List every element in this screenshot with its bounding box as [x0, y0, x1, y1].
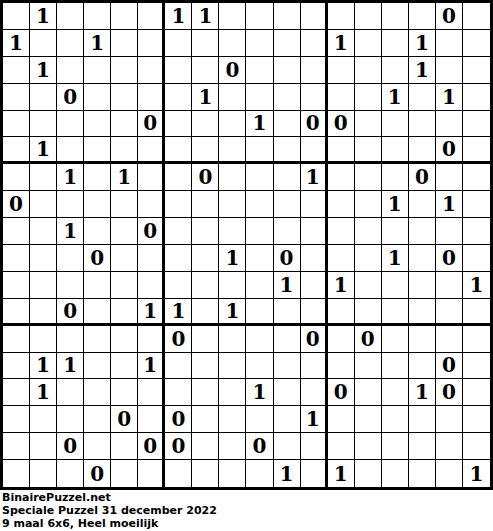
cell-r9c4[interactable]: [84, 218, 111, 245]
cell-r5c16[interactable]: [409, 111, 436, 138]
cell-r11c13[interactable]: 1: [328, 272, 355, 299]
cell-r7c7[interactable]: [165, 164, 192, 191]
cell-r14c4[interactable]: [84, 353, 111, 380]
cell-r13c6[interactable]: [138, 326, 165, 353]
cell-r17c1[interactable]: [3, 433, 30, 460]
cell-r11c10[interactable]: [246, 272, 273, 299]
cell-r7c9[interactable]: [219, 164, 246, 191]
cell-r18c6[interactable]: [138, 460, 165, 487]
cell-r18c11[interactable]: 1: [274, 460, 301, 487]
cell-r1c15[interactable]: [382, 3, 409, 30]
cell-r5c9[interactable]: [219, 111, 246, 138]
cell-r8c17[interactable]: 1: [436, 191, 463, 218]
cell-r17c17[interactable]: [436, 433, 463, 460]
cell-r11c6[interactable]: [138, 272, 165, 299]
cell-r9c7[interactable]: [165, 218, 192, 245]
cell-r4c6[interactable]: [138, 84, 165, 111]
cell-r15c15[interactable]: [382, 379, 409, 406]
cell-r13c2[interactable]: [30, 326, 57, 353]
cell-r6c8[interactable]: [192, 137, 219, 164]
cell-r15c9[interactable]: [219, 379, 246, 406]
cell-r8c1[interactable]: 0: [3, 191, 30, 218]
cell-r1c3[interactable]: [57, 3, 84, 30]
cell-r10c4[interactable]: 0: [84, 245, 111, 272]
cell-r18c7[interactable]: [165, 460, 192, 487]
cell-r17c16[interactable]: [409, 433, 436, 460]
cell-r18c9[interactable]: [219, 460, 246, 487]
cell-r11c14[interactable]: [355, 272, 382, 299]
cell-r6c9[interactable]: [219, 137, 246, 164]
cell-r4c3[interactable]: 0: [57, 84, 84, 111]
cell-r4c4[interactable]: [84, 84, 111, 111]
cell-r5c14[interactable]: [355, 111, 382, 138]
cell-r10c15[interactable]: 1: [382, 245, 409, 272]
cell-r6c6[interactable]: [138, 137, 165, 164]
cell-r12c2[interactable]: [30, 299, 57, 326]
cell-r7c8[interactable]: 0: [192, 164, 219, 191]
cell-r11c4[interactable]: [84, 272, 111, 299]
cell-r18c3[interactable]: [57, 460, 84, 487]
cell-r8c8[interactable]: [192, 191, 219, 218]
cell-r11c18[interactable]: 1: [463, 272, 490, 299]
cell-r3c8[interactable]: [192, 57, 219, 84]
cell-r12c18[interactable]: [463, 299, 490, 326]
cell-r17c13[interactable]: [328, 433, 355, 460]
cell-r8c13[interactable]: [328, 191, 355, 218]
cell-r12c13[interactable]: [328, 299, 355, 326]
cell-r18c14[interactable]: [355, 460, 382, 487]
cell-r12c4[interactable]: [84, 299, 111, 326]
cell-r14c12[interactable]: [301, 353, 328, 380]
cell-r9c13[interactable]: [328, 218, 355, 245]
cell-r16c3[interactable]: [57, 406, 84, 433]
cell-r12c14[interactable]: [355, 299, 382, 326]
cell-r17c5[interactable]: [111, 433, 138, 460]
cell-r18c15[interactable]: [382, 460, 409, 487]
cell-r18c16[interactable]: [409, 460, 436, 487]
cell-r8c2[interactable]: [30, 191, 57, 218]
cell-r7c6[interactable]: [138, 164, 165, 191]
cell-r14c3[interactable]: 1: [57, 353, 84, 380]
cell-r4c17[interactable]: 1: [436, 84, 463, 111]
cell-r2c16[interactable]: 1: [409, 30, 436, 57]
cell-r2c12[interactable]: [301, 30, 328, 57]
cell-r13c4[interactable]: [84, 326, 111, 353]
cell-r2c11[interactable]: [274, 30, 301, 57]
cell-r10c8[interactable]: [192, 245, 219, 272]
cell-r5c15[interactable]: [382, 111, 409, 138]
cell-r5c6[interactable]: 0: [138, 111, 165, 138]
cell-r6c10[interactable]: [246, 137, 273, 164]
cell-r15c10[interactable]: 1: [246, 379, 273, 406]
cell-r7c16[interactable]: 0: [409, 164, 436, 191]
cell-r15c17[interactable]: 0: [436, 379, 463, 406]
cell-r6c5[interactable]: [111, 137, 138, 164]
cell-r1c12[interactable]: [301, 3, 328, 30]
cell-r9c18[interactable]: [463, 218, 490, 245]
cell-r13c16[interactable]: [409, 326, 436, 353]
cell-r7c13[interactable]: [328, 164, 355, 191]
cell-r4c7[interactable]: [165, 84, 192, 111]
cell-r12c10[interactable]: [246, 299, 273, 326]
cell-r4c11[interactable]: [274, 84, 301, 111]
cell-r5c2[interactable]: [30, 111, 57, 138]
cell-r14c13[interactable]: [328, 353, 355, 380]
cell-r17c7[interactable]: 0: [165, 433, 192, 460]
cell-r9c6[interactable]: 0: [138, 218, 165, 245]
cell-r18c5[interactable]: [111, 460, 138, 487]
cell-r3c15[interactable]: [382, 57, 409, 84]
cell-r5c13[interactable]: 0: [328, 111, 355, 138]
cell-r13c18[interactable]: [463, 326, 490, 353]
cell-r2c2[interactable]: [30, 30, 57, 57]
cell-r6c4[interactable]: [84, 137, 111, 164]
cell-r5c17[interactable]: [436, 111, 463, 138]
cell-r8c11[interactable]: [274, 191, 301, 218]
cell-r12c5[interactable]: [111, 299, 138, 326]
cell-r15c16[interactable]: 1: [409, 379, 436, 406]
cell-r2c6[interactable]: [138, 30, 165, 57]
cell-r1c5[interactable]: [111, 3, 138, 30]
cell-r6c1[interactable]: [3, 137, 30, 164]
cell-r17c18[interactable]: [463, 433, 490, 460]
cell-r13c3[interactable]: [57, 326, 84, 353]
cell-r9c15[interactable]: [382, 218, 409, 245]
cell-r12c17[interactable]: [436, 299, 463, 326]
cell-r8c18[interactable]: [463, 191, 490, 218]
cell-r6c7[interactable]: [165, 137, 192, 164]
cell-r11c15[interactable]: [382, 272, 409, 299]
cell-r18c4[interactable]: 0: [84, 460, 111, 487]
cell-r7c1[interactable]: [3, 164, 30, 191]
cell-r13c12[interactable]: 0: [301, 326, 328, 353]
cell-r5c4[interactable]: [84, 111, 111, 138]
cell-r17c2[interactable]: [30, 433, 57, 460]
cell-r10c9[interactable]: 1: [219, 245, 246, 272]
cell-r7c15[interactable]: [382, 164, 409, 191]
cell-r12c8[interactable]: [192, 299, 219, 326]
cell-r9c12[interactable]: [301, 218, 328, 245]
cell-r4c14[interactable]: [355, 84, 382, 111]
cell-r18c10[interactable]: [246, 460, 273, 487]
cell-r9c3[interactable]: 1: [57, 218, 84, 245]
cell-r18c13[interactable]: 1: [328, 460, 355, 487]
cell-r3c10[interactable]: [246, 57, 273, 84]
cell-r8c12[interactable]: [301, 191, 328, 218]
cell-r5c11[interactable]: [274, 111, 301, 138]
cell-r15c5[interactable]: [111, 379, 138, 406]
cell-r1c8[interactable]: 1: [192, 3, 219, 30]
cell-r18c12[interactable]: [301, 460, 328, 487]
cell-r16c17[interactable]: [436, 406, 463, 433]
cell-r15c7[interactable]: [165, 379, 192, 406]
cell-r3c11[interactable]: [274, 57, 301, 84]
cell-r16c7[interactable]: 0: [165, 406, 192, 433]
cell-r16c18[interactable]: [463, 406, 490, 433]
cell-r16c1[interactable]: [3, 406, 30, 433]
cell-r9c1[interactable]: [3, 218, 30, 245]
cell-r12c11[interactable]: [274, 299, 301, 326]
cell-r1c4[interactable]: [84, 3, 111, 30]
cell-r7c17[interactable]: [436, 164, 463, 191]
cell-r7c18[interactable]: [463, 164, 490, 191]
cell-r8c3[interactable]: [57, 191, 84, 218]
cell-r7c5[interactable]: 1: [111, 164, 138, 191]
cell-r16c5[interactable]: 0: [111, 406, 138, 433]
cell-r3c4[interactable]: [84, 57, 111, 84]
cell-r3c5[interactable]: [111, 57, 138, 84]
cell-r11c17[interactable]: [436, 272, 463, 299]
cell-r17c10[interactable]: 0: [246, 433, 273, 460]
cell-r6c16[interactable]: [409, 137, 436, 164]
cell-r5c18[interactable]: [463, 111, 490, 138]
cell-r1c11[interactable]: [274, 3, 301, 30]
cell-r17c9[interactable]: [219, 433, 246, 460]
cell-r10c3[interactable]: [57, 245, 84, 272]
cell-r3c13[interactable]: [328, 57, 355, 84]
cell-r13c5[interactable]: [111, 326, 138, 353]
cell-r16c6[interactable]: [138, 406, 165, 433]
cell-r2c13[interactable]: 1: [328, 30, 355, 57]
cell-r8c7[interactable]: [165, 191, 192, 218]
cell-r13c10[interactable]: [246, 326, 273, 353]
cell-r2c10[interactable]: [246, 30, 273, 57]
cell-r8c15[interactable]: 1: [382, 191, 409, 218]
cell-r9c17[interactable]: [436, 218, 463, 245]
cell-r15c12[interactable]: [301, 379, 328, 406]
cell-r9c14[interactable]: [355, 218, 382, 245]
cell-r13c9[interactable]: [219, 326, 246, 353]
cell-r17c14[interactable]: [355, 433, 382, 460]
cell-r4c8[interactable]: 1: [192, 84, 219, 111]
cell-r7c10[interactable]: [246, 164, 273, 191]
cell-r10c2[interactable]: [30, 245, 57, 272]
cell-r18c1[interactable]: [3, 460, 30, 487]
cell-r6c15[interactable]: [382, 137, 409, 164]
cell-r3c18[interactable]: [463, 57, 490, 84]
cell-r2c14[interactable]: [355, 30, 382, 57]
cell-r7c12[interactable]: 1: [301, 164, 328, 191]
cell-r14c6[interactable]: 1: [138, 353, 165, 380]
cell-r14c1[interactable]: [3, 353, 30, 380]
cell-r2c7[interactable]: [165, 30, 192, 57]
cell-r13c15[interactable]: [382, 326, 409, 353]
cell-r17c12[interactable]: [301, 433, 328, 460]
cell-r5c1[interactable]: [3, 111, 30, 138]
cell-r9c10[interactable]: [246, 218, 273, 245]
cell-r8c14[interactable]: [355, 191, 382, 218]
cell-r5c8[interactable]: [192, 111, 219, 138]
cell-r18c8[interactable]: [192, 460, 219, 487]
cell-r12c16[interactable]: [409, 299, 436, 326]
cell-r2c9[interactable]: [219, 30, 246, 57]
cell-r1c13[interactable]: [328, 3, 355, 30]
cell-r16c11[interactable]: [274, 406, 301, 433]
cell-r5c12[interactable]: 0: [301, 111, 328, 138]
cell-r4c18[interactable]: [463, 84, 490, 111]
cell-r3c1[interactable]: [3, 57, 30, 84]
cell-r15c14[interactable]: [355, 379, 382, 406]
cell-r7c3[interactable]: 1: [57, 164, 84, 191]
cell-r18c2[interactable]: [30, 460, 57, 487]
cell-r11c9[interactable]: [219, 272, 246, 299]
cell-r15c11[interactable]: [274, 379, 301, 406]
cell-r12c3[interactable]: 0: [57, 299, 84, 326]
cell-r18c17[interactable]: [436, 460, 463, 487]
cell-r4c16[interactable]: [409, 84, 436, 111]
cell-r11c11[interactable]: 1: [274, 272, 301, 299]
cell-r2c4[interactable]: 1: [84, 30, 111, 57]
cell-r15c6[interactable]: [138, 379, 165, 406]
cell-r10c7[interactable]: [165, 245, 192, 272]
cell-r11c5[interactable]: [111, 272, 138, 299]
cell-r16c2[interactable]: [30, 406, 57, 433]
cell-r1c7[interactable]: 1: [165, 3, 192, 30]
cell-r12c12[interactable]: [301, 299, 328, 326]
cell-r1c10[interactable]: [246, 3, 273, 30]
cell-r7c2[interactable]: [30, 164, 57, 191]
cell-r17c11[interactable]: [274, 433, 301, 460]
cell-r1c2[interactable]: 1: [30, 3, 57, 30]
cell-r13c1[interactable]: [3, 326, 30, 353]
cell-r16c13[interactable]: [328, 406, 355, 433]
cell-r10c5[interactable]: [111, 245, 138, 272]
cell-r2c8[interactable]: [192, 30, 219, 57]
cell-r13c17[interactable]: [436, 326, 463, 353]
cell-r11c1[interactable]: [3, 272, 30, 299]
cell-r10c12[interactable]: [301, 245, 328, 272]
cell-r15c18[interactable]: [463, 379, 490, 406]
cell-r6c18[interactable]: [463, 137, 490, 164]
cell-r1c9[interactable]: [219, 3, 246, 30]
cell-r14c8[interactable]: [192, 353, 219, 380]
cell-r11c12[interactable]: [301, 272, 328, 299]
cell-r14c15[interactable]: [382, 353, 409, 380]
cell-r3c9[interactable]: 0: [219, 57, 246, 84]
cell-r11c7[interactable]: [165, 272, 192, 299]
cell-r1c16[interactable]: [409, 3, 436, 30]
cell-r4c13[interactable]: [328, 84, 355, 111]
cell-r6c17[interactable]: 0: [436, 137, 463, 164]
cell-r7c14[interactable]: [355, 164, 382, 191]
cell-r3c7[interactable]: [165, 57, 192, 84]
cell-r12c9[interactable]: 1: [219, 299, 246, 326]
cell-r7c4[interactable]: [84, 164, 111, 191]
cell-r13c7[interactable]: 0: [165, 326, 192, 353]
cell-r4c1[interactable]: [3, 84, 30, 111]
cell-r13c13[interactable]: [328, 326, 355, 353]
cell-r16c14[interactable]: [355, 406, 382, 433]
cell-r17c3[interactable]: 0: [57, 433, 84, 460]
cell-r15c3[interactable]: [57, 379, 84, 406]
cell-r6c2[interactable]: 1: [30, 137, 57, 164]
cell-r2c15[interactable]: [382, 30, 409, 57]
cell-r15c13[interactable]: 0: [328, 379, 355, 406]
cell-r3c6[interactable]: [138, 57, 165, 84]
cell-r11c16[interactable]: [409, 272, 436, 299]
cell-r6c14[interactable]: [355, 137, 382, 164]
cell-r1c17[interactable]: 0: [436, 3, 463, 30]
cell-r8c5[interactable]: [111, 191, 138, 218]
cell-r16c4[interactable]: [84, 406, 111, 433]
cell-r11c3[interactable]: [57, 272, 84, 299]
cell-r6c12[interactable]: [301, 137, 328, 164]
cell-r5c5[interactable]: [111, 111, 138, 138]
cell-r8c16[interactable]: [409, 191, 436, 218]
cell-r15c2[interactable]: 1: [30, 379, 57, 406]
cell-r10c14[interactable]: [355, 245, 382, 272]
cell-r16c10[interactable]: [246, 406, 273, 433]
cell-r3c17[interactable]: [436, 57, 463, 84]
cell-r9c5[interactable]: [111, 218, 138, 245]
cell-r15c4[interactable]: [84, 379, 111, 406]
cell-r8c9[interactable]: [219, 191, 246, 218]
cell-r9c8[interactable]: [192, 218, 219, 245]
cell-r4c2[interactable]: [30, 84, 57, 111]
cell-r12c1[interactable]: [3, 299, 30, 326]
cell-r12c6[interactable]: 1: [138, 299, 165, 326]
cell-r11c8[interactable]: [192, 272, 219, 299]
cell-r2c1[interactable]: 1: [3, 30, 30, 57]
cell-r5c10[interactable]: 1: [246, 111, 273, 138]
cell-r1c1[interactable]: [3, 3, 30, 30]
cell-r14c9[interactable]: [219, 353, 246, 380]
cell-r14c16[interactable]: [409, 353, 436, 380]
cell-r4c10[interactable]: [246, 84, 273, 111]
cell-r17c4[interactable]: [84, 433, 111, 460]
cell-r16c16[interactable]: [409, 406, 436, 433]
cell-r1c18[interactable]: [463, 3, 490, 30]
cell-r13c14[interactable]: 0: [355, 326, 382, 353]
cell-r12c15[interactable]: [382, 299, 409, 326]
cell-r17c15[interactable]: [382, 433, 409, 460]
cell-r8c4[interactable]: [84, 191, 111, 218]
cell-r3c2[interactable]: 1: [30, 57, 57, 84]
cell-r4c5[interactable]: [111, 84, 138, 111]
cell-r14c5[interactable]: [111, 353, 138, 380]
cell-r1c14[interactable]: [355, 3, 382, 30]
cell-r5c3[interactable]: [57, 111, 84, 138]
cell-r10c6[interactable]: [138, 245, 165, 272]
cell-r16c8[interactable]: [192, 406, 219, 433]
cell-r14c7[interactable]: [165, 353, 192, 380]
cell-r1c6[interactable]: [138, 3, 165, 30]
cell-r14c14[interactable]: [355, 353, 382, 380]
cell-r14c2[interactable]: 1: [30, 353, 57, 380]
cell-r13c8[interactable]: [192, 326, 219, 353]
cell-r5c7[interactable]: [165, 111, 192, 138]
cell-r7c11[interactable]: [274, 164, 301, 191]
cell-r16c9[interactable]: [219, 406, 246, 433]
cell-r3c12[interactable]: [301, 57, 328, 84]
cell-r10c1[interactable]: [3, 245, 30, 272]
cell-r6c3[interactable]: [57, 137, 84, 164]
cell-r9c11[interactable]: [274, 218, 301, 245]
cell-r14c11[interactable]: [274, 353, 301, 380]
cell-r18c18[interactable]: 1: [463, 460, 490, 487]
cell-r3c3[interactable]: [57, 57, 84, 84]
cell-r2c17[interactable]: [436, 30, 463, 57]
cell-r14c17[interactable]: 0: [436, 353, 463, 380]
cell-r14c10[interactable]: [246, 353, 273, 380]
cell-r2c3[interactable]: [57, 30, 84, 57]
cell-r9c2[interactable]: [30, 218, 57, 245]
cell-r15c1[interactable]: [3, 379, 30, 406]
cell-r10c16[interactable]: [409, 245, 436, 272]
cell-r4c9[interactable]: [219, 84, 246, 111]
cell-r12c7[interactable]: 1: [165, 299, 192, 326]
cell-r10c17[interactable]: 0: [436, 245, 463, 272]
